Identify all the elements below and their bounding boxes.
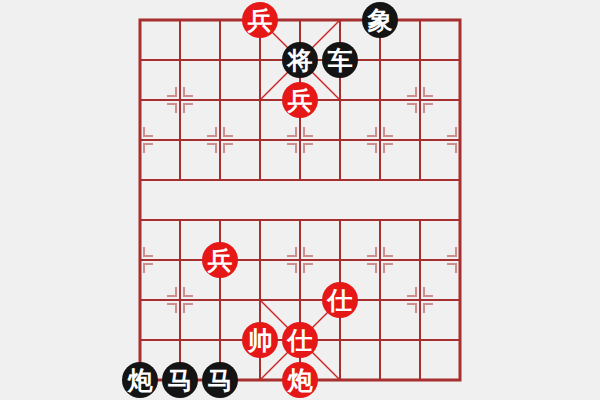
piece-black-chariot[interactable]: 车 [322, 42, 358, 78]
piece-red-advisor-2[interactable]: 仕 [282, 322, 318, 358]
piece-red-advisor-1[interactable]: 仕 [322, 282, 358, 318]
piece-black-elephant[interactable]: 象 [362, 2, 398, 38]
xiangqi-app: 兵象将车兵兵仕帅仕炮炮马马 [0, 0, 600, 400]
piece-red-soldier-1[interactable]: 兵 [242, 2, 278, 38]
pieces-layer: 兵象将车兵兵仕帅仕炮炮马马 [120, 0, 480, 400]
piece-black-horse-1[interactable]: 马 [162, 362, 198, 398]
piece-red-cannon[interactable]: 炮 [282, 362, 318, 398]
piece-red-general[interactable]: 帅 [242, 322, 278, 358]
piece-black-horse-2[interactable]: 马 [202, 362, 238, 398]
piece-red-soldier-3[interactable]: 兵 [202, 242, 238, 278]
piece-black-cannon[interactable]: 炮 [122, 362, 158, 398]
piece-red-soldier-2[interactable]: 兵 [282, 82, 318, 118]
piece-black-general[interactable]: 将 [282, 42, 318, 78]
